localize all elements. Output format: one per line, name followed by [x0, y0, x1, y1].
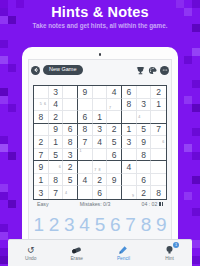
page-subtitle: Take notes and get hints, all within the…	[0, 22, 200, 29]
hint-button[interactable]: 1 Hint	[164, 245, 175, 261]
cell-notes: 6	[152, 137, 166, 148]
undo-label: Undo	[25, 256, 36, 261]
numpad-8[interactable]: 8	[141, 214, 152, 236]
cell-value: 3	[38, 188, 43, 198]
cell-value: 8	[141, 150, 146, 160]
numpad-4[interactable]: 4	[79, 214, 90, 236]
cell-value: 2	[141, 188, 146, 198]
sudoku-cell[interactable]	[78, 99, 93, 112]
cell-notes: 4	[137, 112, 150, 123]
hint-label: Hint	[165, 256, 174, 261]
cell-value: 7	[156, 124, 161, 134]
cell-value: 3	[97, 124, 102, 134]
sudoku-cell[interactable]	[63, 86, 78, 99]
pencil-icon	[118, 245, 129, 255]
sudoku-cell[interactable]: 1	[34, 174, 49, 187]
cell-notes: 56	[35, 99, 48, 110]
top-bar: New Game	[31, 63, 169, 77]
sudoku-cell[interactable]: 6	[107, 149, 122, 162]
sudoku-cell[interactable]: 4	[122, 161, 137, 174]
sudoku-cell[interactable]: 1	[122, 124, 137, 137]
sudoku-cell[interactable]: 8	[151, 186, 166, 199]
cell-value: 9	[82, 87, 87, 97]
mistakes-label: Mistakes: 0/3	[80, 201, 111, 207]
sudoku-cell[interactable]: 2	[137, 186, 152, 199]
sudoku-cell[interactable]: 9	[137, 136, 152, 149]
cell-value: 8	[156, 188, 161, 198]
sudoku-cell[interactable]: 3	[63, 149, 78, 162]
cell-value: 8	[126, 99, 131, 109]
numpad-5[interactable]: 5	[95, 214, 106, 236]
cell-value: 9	[141, 137, 146, 147]
cell-value: 1	[97, 112, 102, 122]
cell-value: 4	[112, 87, 117, 97]
cell-value: 9	[112, 175, 117, 185]
game-screen: New Game	[28, 59, 172, 266]
cell-value: 1	[38, 175, 43, 185]
sudoku-cell[interactable]: 5	[107, 136, 122, 149]
sudoku-cell[interactable]: 3	[122, 136, 137, 149]
cell-value: 5	[112, 137, 117, 147]
palette-icon[interactable]	[148, 66, 157, 75]
cell-value: 5	[141, 124, 146, 134]
camera-dot	[99, 53, 102, 56]
number-pad: 123456789	[31, 210, 169, 240]
cell-value: 3	[68, 150, 73, 160]
numpad-2[interactable]: 2	[49, 214, 60, 236]
sudoku-cell[interactable]	[107, 186, 122, 199]
sudoku-cell[interactable]: 2	[34, 136, 49, 149]
erase-button[interactable]: Erase	[70, 245, 83, 261]
sudoku-cell[interactable]	[151, 161, 166, 174]
sudoku-cell[interactable]: 6	[78, 111, 93, 124]
cell-value: 2	[38, 137, 43, 147]
cell-notes: 78	[93, 162, 106, 173]
cell-value: 2	[112, 124, 117, 134]
cell-value: 2	[68, 162, 73, 172]
cell-value: 4	[82, 175, 87, 185]
numpad-7[interactable]: 7	[125, 214, 136, 236]
sudoku-cell[interactable]: 2	[63, 161, 78, 174]
cell-value: 6	[97, 188, 102, 198]
cell-value: 3	[141, 99, 146, 109]
sudoku-cell[interactable]: 4	[93, 136, 108, 149]
hero-header: Hints & Notes Take notes and get hints, …	[0, 4, 200, 29]
cell-value: 6	[82, 112, 87, 122]
sudoku-cell[interactable]: 3	[34, 186, 49, 199]
sudoku-cell[interactable]: 4	[107, 86, 122, 99]
sudoku-cell[interactable]: 8	[137, 149, 152, 162]
sudoku-cell[interactable]: 2	[49, 111, 64, 124]
sudoku-cell[interactable]: 5	[63, 174, 78, 187]
sudoku-cell[interactable]	[93, 149, 108, 162]
cell-value: 7	[38, 150, 43, 160]
sudoku-cell[interactable]	[34, 124, 49, 137]
sudoku-cell[interactable]: 5	[49, 149, 64, 162]
cell-value: 4	[53, 99, 58, 109]
pause-icon[interactable]	[159, 202, 163, 207]
cell-value: 3	[53, 87, 58, 97]
sudoku-cell[interactable]: 2	[151, 86, 166, 99]
sudoku-cell[interactable]: 4	[78, 174, 93, 187]
timer-label: 04 : 02	[142, 201, 158, 207]
sudoku-cell[interactable]: 6	[49, 161, 64, 174]
sudoku-cell[interactable]	[151, 149, 166, 162]
sudoku-cell[interactable]	[122, 174, 137, 187]
sudoku-cell[interactable]: 3	[93, 124, 108, 137]
cell-value: 4	[97, 137, 102, 147]
cell-value: 3	[126, 137, 131, 147]
sudoku-cell[interactable]: 9	[49, 124, 64, 137]
page-title: Hints & Notes	[0, 4, 200, 20]
sudoku-cell[interactable]: 6	[63, 124, 78, 137]
cell-value: 6	[112, 150, 117, 160]
sudoku-cell[interactable]: 1	[93, 111, 108, 124]
numpad-1[interactable]: 1	[33, 214, 44, 236]
sudoku-cell[interactable]: 1	[78, 149, 93, 162]
cell-value: 7	[82, 137, 87, 147]
sudoku-cell[interactable]	[63, 99, 78, 112]
numpad-9[interactable]: 9	[156, 214, 167, 236]
cell-value: 6	[141, 175, 146, 185]
sudoku-cell[interactable]: 2	[93, 174, 108, 187]
sudoku-cell[interactable]	[34, 86, 49, 99]
app-store-screenshot: Hints & Notes Take notes and get hints, …	[0, 0, 200, 266]
sudoku-cell[interactable]: 1	[151, 99, 166, 112]
cell-notes: 6	[49, 162, 62, 173]
cell-value: 5	[53, 150, 58, 160]
sudoku-cell[interactable]	[151, 174, 166, 187]
cell-notes: 1	[79, 149, 92, 160]
back-arrow-icon	[33, 67, 39, 73]
sudoku-cell[interactable]: 3	[137, 99, 152, 112]
numpad-6[interactable]: 6	[110, 214, 121, 236]
sudoku-cell[interactable]: 8	[63, 136, 78, 149]
sudoku-cell[interactable]	[107, 111, 122, 124]
sudoku-cell[interactable]	[151, 111, 166, 124]
sudoku-cell[interactable]	[107, 161, 122, 174]
cell-value: 2	[97, 175, 102, 185]
sudoku-cell[interactable]	[93, 99, 108, 112]
sudoku-cell[interactable]: 7	[78, 136, 93, 149]
cell-notes: 4	[64, 187, 77, 199]
sudoku-cell[interactable]	[137, 86, 152, 99]
sudoku-cell[interactable]: 7	[34, 149, 49, 162]
numpad-3[interactable]: 3	[64, 214, 75, 236]
cell-value: 8	[53, 175, 58, 185]
cell-value: 1	[126, 124, 131, 134]
undo-button[interactable]: ↺ Undo	[25, 245, 36, 261]
sudoku-cell[interactable]: 6	[137, 174, 152, 187]
erase-label: Erase	[70, 256, 83, 261]
sudoku-cell[interactable]: 9	[122, 186, 137, 199]
trophy-icon[interactable]	[136, 66, 145, 75]
undo-icon: ↺	[25, 245, 36, 255]
cell-value: 8	[82, 124, 87, 134]
sudoku-cell[interactable]: 6	[151, 136, 166, 149]
sudoku-cell[interactable]: 8	[34, 111, 49, 124]
cell-value: 8	[68, 137, 73, 147]
cell-value: 2	[53, 112, 58, 122]
pencil-label: Pencil	[117, 256, 130, 261]
cell-value: 2	[156, 87, 161, 97]
bottom-toolbar: ↺ Undo Erase Pencil	[8, 239, 192, 266]
sudoku-cell[interactable]: 5	[137, 124, 152, 137]
sudoku-cell[interactable]: 56	[34, 99, 49, 112]
sudoku-cell[interactable]: 1	[49, 136, 64, 149]
more-icon[interactable]	[160, 66, 169, 75]
sudoku-cell[interactable]	[78, 161, 93, 174]
timer: 04 : 02	[142, 201, 163, 207]
sudoku-cell[interactable]	[93, 86, 108, 99]
status-row: Easy Mistakes: 0/3 04 : 02	[37, 201, 163, 207]
cell-value: 4	[126, 162, 131, 172]
sudoku-cell[interactable]: 9	[107, 174, 122, 187]
cell-value: 8	[38, 112, 43, 122]
sudoku-cell[interactable]	[122, 111, 137, 124]
cell-value: 9	[53, 124, 58, 134]
sudoku-cell[interactable]: 8	[49, 174, 64, 187]
sudoku-cell[interactable]: 9	[34, 161, 49, 174]
cell-value: 1	[53, 137, 58, 147]
eraser-icon	[71, 245, 82, 255]
cell-value: 5	[68, 175, 73, 185]
new-game-button[interactable]: New Game	[43, 65, 83, 75]
sudoku-cell[interactable]: 8	[78, 124, 93, 137]
sudoku-cell[interactable]: 4	[49, 99, 64, 112]
sudoku-cell[interactable]	[122, 149, 137, 162]
difficulty-label: Easy	[37, 201, 49, 207]
sudoku-cell[interactable]: 7	[49, 186, 64, 199]
cell-value: 6	[68, 124, 73, 134]
sudoku-cell[interactable]: 9	[78, 86, 93, 99]
sudoku-cell[interactable]: 7	[151, 124, 166, 137]
sudoku-cell[interactable]	[78, 186, 93, 199]
cell-value: 6	[126, 87, 131, 97]
sudoku-cell[interactable]: 4	[137, 111, 152, 124]
tablet-mockup: New Game	[22, 47, 178, 266]
sudoku-cell[interactable]: 6	[93, 186, 108, 199]
sudoku-grid: 3946256478318261496832157218745396753168…	[33, 85, 167, 200]
sudoku-cell[interactable]: 6	[122, 86, 137, 99]
cell-notes: 7	[108, 99, 121, 110]
pencil-button[interactable]: Pencil	[117, 245, 130, 261]
back-button[interactable]	[31, 66, 40, 75]
sudoku-cell[interactable]	[137, 161, 152, 174]
sudoku-cell[interactable]: 7	[107, 99, 122, 112]
sudoku-cell[interactable]: 78	[93, 161, 108, 174]
cell-notes: 9	[123, 187, 136, 199]
sudoku-cell[interactable]	[63, 111, 78, 124]
cell-value: 9	[38, 162, 43, 172]
cell-value: 7	[53, 188, 58, 198]
cell-value: 1	[156, 99, 161, 109]
hint-badge: 1	[173, 242, 179, 248]
sudoku-cell[interactable]: 4	[63, 186, 78, 199]
sudoku-cell[interactable]: 3	[49, 86, 64, 99]
sudoku-cell[interactable]: 2	[107, 124, 122, 137]
sudoku-cell[interactable]: 8	[122, 99, 137, 112]
